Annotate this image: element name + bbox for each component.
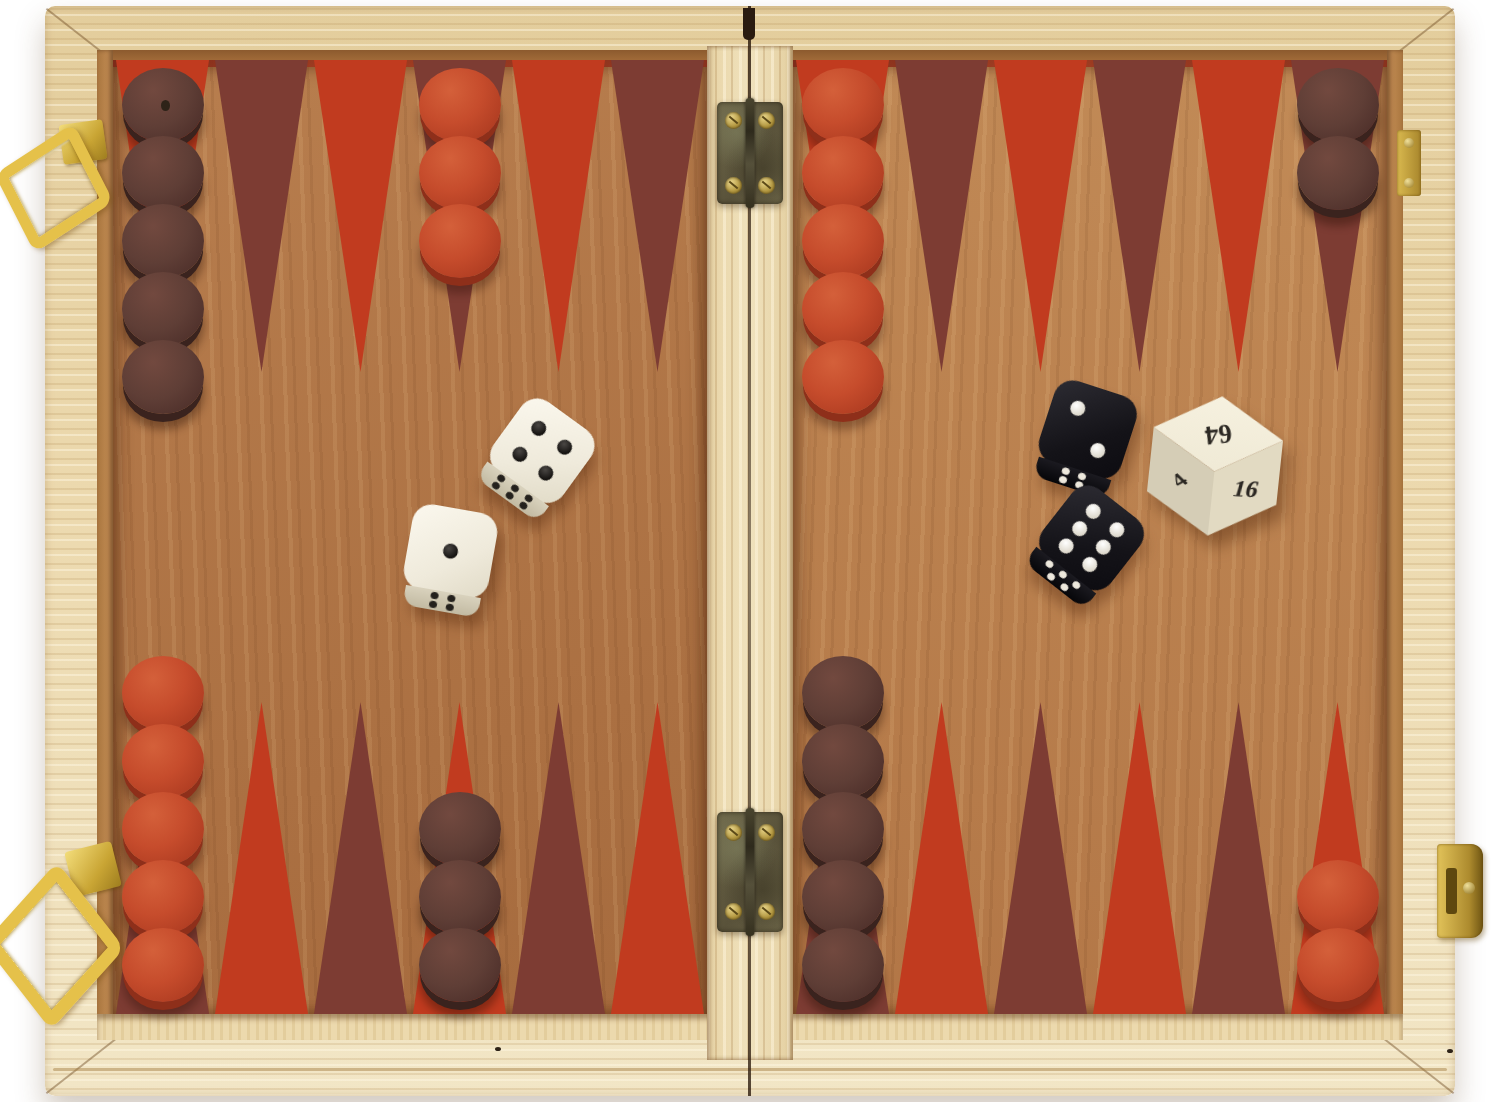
checker-red[interactable] [419, 204, 501, 278]
wood-speck [1447, 1049, 1453, 1053]
latch-plate-top-right [1397, 130, 1421, 196]
checker-red[interactable] [419, 136, 501, 210]
checker-red[interactable] [802, 272, 884, 346]
checker-red[interactable] [419, 68, 501, 142]
checker-red[interactable] [122, 860, 204, 934]
checker-brown[interactable] [419, 792, 501, 866]
checker-red[interactable] [802, 204, 884, 278]
checker-brown[interactable] [802, 928, 884, 1002]
checker-brown[interactable] [802, 724, 884, 798]
die-pip [1069, 518, 1090, 539]
die-pip [509, 444, 530, 465]
wood-speck [161, 100, 170, 111]
checker-brown[interactable] [1297, 68, 1379, 142]
die-pip [1058, 475, 1068, 484]
checker-brown[interactable] [1297, 136, 1379, 210]
point-top-2-maroon[interactable] [212, 60, 311, 372]
die-pip [555, 437, 576, 458]
die-pip [535, 463, 556, 484]
point-top-11-red[interactable] [1189, 60, 1288, 372]
die-pip [528, 417, 549, 438]
die-pip [442, 542, 459, 559]
checker-brown[interactable] [122, 340, 204, 414]
point-bottom-3-maroon[interactable] [311, 702, 410, 1014]
checker-brown[interactable] [122, 204, 204, 278]
die-pip [1079, 554, 1100, 575]
point-bottom-2-red[interactable] [212, 702, 311, 1014]
clasp-bottom-left [0, 844, 131, 1009]
point-bottom-11-maroon[interactable] [1189, 702, 1288, 1014]
point-bottom-9-maroon[interactable] [991, 702, 1090, 1014]
checker-brown[interactable] [419, 928, 501, 1002]
die-pip [445, 603, 454, 611]
checker-red[interactable] [802, 68, 884, 142]
die-pip [446, 594, 455, 602]
die-pip [1060, 466, 1070, 475]
point-top-3-red[interactable] [311, 60, 410, 372]
die-pip [1106, 519, 1127, 540]
latch-catch-bottom-right [1437, 844, 1483, 938]
checker-brown[interactable] [419, 860, 501, 934]
point-top-10-maroon[interactable] [1090, 60, 1189, 372]
doubling-cube-value: 64 [1203, 417, 1233, 451]
point-top-9-red[interactable] [991, 60, 1090, 372]
checker-red[interactable] [802, 136, 884, 210]
point-bottom-10-red[interactable] [1090, 702, 1189, 1014]
checker-red[interactable] [122, 656, 204, 730]
wood-speck [495, 1047, 501, 1051]
die-pip [1089, 441, 1108, 460]
white-die-2[interactable] [398, 501, 501, 618]
point-bottom-5-maroon[interactable] [509, 702, 608, 1014]
die-pip [1056, 536, 1077, 557]
checker-red[interactable] [1297, 928, 1379, 1002]
die-pip [428, 600, 437, 608]
die-pip [1083, 501, 1104, 522]
point-top-8-maroon[interactable] [892, 60, 991, 372]
checker-brown[interactable] [802, 860, 884, 934]
checker-brown[interactable] [122, 136, 204, 210]
black-die-2[interactable] [1020, 478, 1152, 613]
clasp-top-left [5, 118, 125, 233]
checker-red[interactable] [1297, 860, 1379, 934]
checker-brown[interactable] [802, 656, 884, 730]
checker-red[interactable] [122, 724, 204, 798]
doubling-cube[interactable]: 64 4 16 [1143, 390, 1287, 543]
white-die-1[interactable] [472, 391, 603, 526]
die-pip [1068, 399, 1087, 418]
checker-brown[interactable] [802, 792, 884, 866]
checker-red[interactable] [122, 792, 204, 866]
die-pip [1093, 536, 1114, 557]
point-top-5-red[interactable] [509, 60, 608, 372]
doubling-cube-value: 16 [1229, 475, 1261, 502]
point-bottom-8-red[interactable] [892, 702, 991, 1014]
point-bottom-6-red[interactable] [608, 702, 707, 1014]
die-pip [430, 591, 439, 599]
checker-red[interactable] [122, 928, 204, 1002]
point-top-6-maroon[interactable] [608, 60, 707, 372]
checker-red[interactable] [802, 340, 884, 414]
checker-brown[interactable] [122, 272, 204, 346]
play-layer [45, 6, 1455, 1096]
backgammon-board: 64 4 16 [45, 6, 1455, 1096]
doubling-cube-value: 4 [1165, 469, 1194, 492]
